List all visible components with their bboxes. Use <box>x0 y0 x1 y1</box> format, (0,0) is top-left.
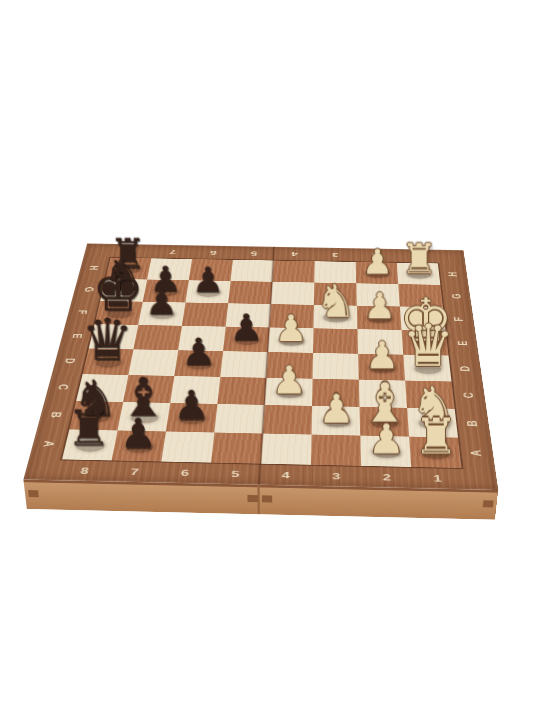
folding-chess-board: HGFEDCBAHGFEDCBA8765432187654321 ♜♞♛♚♞♜♟… <box>23 244 498 490</box>
rank-label-back-4: 4 <box>274 247 315 261</box>
black-pawn-glyph: ♟ <box>192 263 223 298</box>
rank-label-back-8: 8 <box>111 244 154 258</box>
file-label-right-B: B <box>455 409 491 438</box>
black-pawn-glyph: ♟ <box>173 386 209 426</box>
finger-joint-icon <box>247 495 257 502</box>
rank-label-back-5: 5 <box>233 246 275 260</box>
rank-label-back-1: 1 <box>396 249 438 263</box>
rank-label-back-6: 6 <box>192 245 234 259</box>
white-knight-glyph: ♞ <box>315 277 356 323</box>
white-pawn-glyph: ♟ <box>318 388 354 428</box>
file-label-left-G: G <box>72 278 106 301</box>
pieces-layer: ♜♞♛♚♞♜♟♝♟♟♟♟♟♟♟♟♟♞♟♝♟♟♟♜♞♛♚♜ <box>62 258 461 468</box>
white-rook-glyph: ♜ <box>413 410 458 460</box>
file-label-right-G: G <box>440 285 471 308</box>
rank-label-back-3: 3 <box>315 248 356 262</box>
white-pawn-glyph: ♟ <box>367 418 404 459</box>
white-queen-glyph: ♛ <box>402 317 454 375</box>
file-label-right-H: H <box>438 263 469 285</box>
rank-label-front-3: 3 <box>311 465 362 487</box>
rank-label-front-5: 5 <box>209 463 261 485</box>
black-pawn-glyph: ♟ <box>230 309 263 346</box>
file-label-left-H: H <box>78 257 111 279</box>
white-pawn-glyph: ♟ <box>271 360 306 399</box>
black-pawn-glyph: ♟ <box>181 333 215 371</box>
finger-joint-icon <box>262 495 272 502</box>
finger-joint-icon <box>483 500 494 507</box>
finger-joint-icon <box>28 490 39 497</box>
rank-label-front-8: 8 <box>57 459 112 481</box>
black-queen-glyph: ♛ <box>81 311 133 369</box>
fold-seam-front <box>257 485 259 515</box>
black-pawn-glyph: ♟ <box>145 284 177 320</box>
white-pawn-glyph: ♟ <box>365 336 399 374</box>
rank-label-front-7: 7 <box>108 460 162 482</box>
board-frame: HGFEDCBAHGFEDCBA8765432187654321 ♜♞♛♚♞♜♟… <box>23 244 498 490</box>
file-label-right-A: A <box>458 438 495 469</box>
white-pawn-glyph: ♟ <box>363 288 395 324</box>
rank-label-front-6: 6 <box>158 462 211 484</box>
black-rook-glyph: ♜ <box>66 403 110 452</box>
rank-label-front-1: 1 <box>411 467 464 489</box>
product-photo-page: { "game": "chess", "position": { "fen": … <box>0 0 540 720</box>
rank-label-front-4: 4 <box>260 464 311 486</box>
file-label-right-C: C <box>452 381 487 409</box>
rank-label-front-2: 2 <box>361 466 413 488</box>
rank-label-back-2: 2 <box>355 248 396 262</box>
rank-label-back-7: 7 <box>151 245 194 259</box>
white-pawn-glyph: ♟ <box>274 310 307 347</box>
black-pawn-glyph: ♟ <box>119 413 156 454</box>
